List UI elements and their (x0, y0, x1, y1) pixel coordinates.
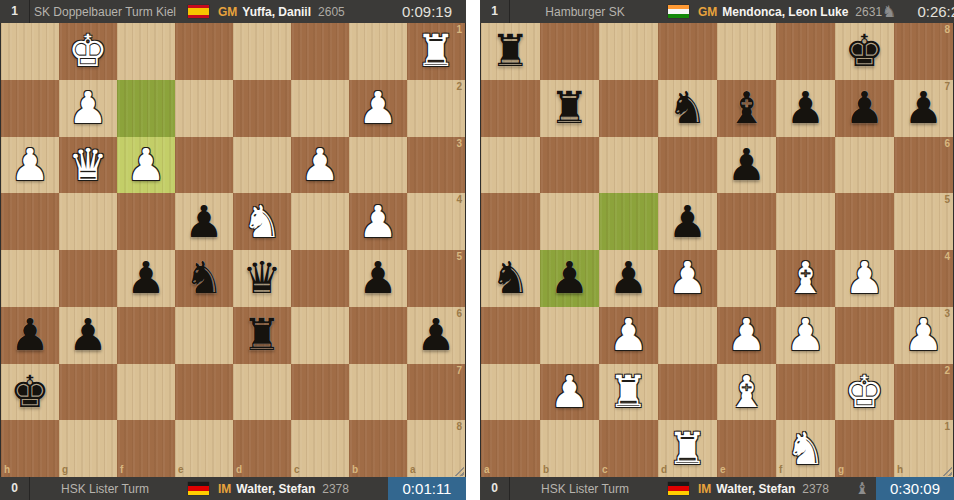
square-b6[interactable] (540, 137, 599, 194)
square-a4[interactable]: ♞ (481, 250, 540, 307)
square-d6[interactable] (658, 137, 717, 194)
square-f3[interactable]: ♟ (776, 307, 835, 364)
square-g6[interactable]: ♟ (59, 307, 117, 364)
square-g2[interactable]: ♚ (835, 364, 894, 421)
square-c8[interactable] (599, 23, 658, 80)
square-b2[interactable]: ♟ (540, 364, 599, 421)
square-b1[interactable]: b (540, 420, 599, 477)
square-a6[interactable] (481, 137, 540, 194)
square-a1[interactable]: a (481, 420, 540, 477)
white-pawn[interactable]: ♟ (358, 86, 397, 130)
player-name: Walter, Stefan (236, 482, 315, 496)
chess-board-right[interactable]: ♜♚8♜♞♝♟♟♟7♟6♟5♞♟♟♟♝♟4♟♟♟♟3♟♜♝♚2abc♜de♞fg… (480, 23, 954, 477)
board-panel-left: 1 SK Doppelbauer Turm Kiel GM Yuffa, Dan… (0, 0, 466, 500)
white-pawn[interactable]: ♟ (668, 256, 707, 300)
square-c4[interactable] (291, 193, 349, 250)
white-bishop[interactable]: ♝ (727, 370, 766, 414)
black-rook[interactable]: ♜ (550, 86, 589, 130)
white-pawn[interactable]: ♟ (358, 200, 397, 244)
square-b4[interactable]: ♟ (349, 193, 407, 250)
square-f2[interactable] (117, 80, 175, 137)
square-d4[interactable]: ♞ (233, 193, 291, 250)
spain-flag-icon (188, 5, 209, 18)
flag-stripe (188, 491, 209, 495)
rank-label: 2 (456, 82, 462, 92)
white-pawn[interactable]: ♟ (727, 313, 766, 357)
square-d8[interactable]: d (233, 420, 291, 477)
clock-top-right: 0:26:21 (903, 0, 954, 23)
square-c7[interactable] (599, 80, 658, 137)
file-label: h (897, 465, 903, 475)
white-bishop[interactable]: ♝ (786, 256, 825, 300)
square-h1[interactable] (1, 23, 59, 80)
knight-icon: ♞ (882, 4, 896, 20)
black-pawn[interactable]: ♟ (727, 143, 766, 187)
square-h7[interactable]: ♚ (1, 364, 59, 421)
file-label: a (484, 465, 490, 475)
square-g6[interactable] (835, 137, 894, 194)
square-a7[interactable] (481, 80, 540, 137)
square-h3[interactable]: ♟3 (894, 307, 953, 364)
square-e8[interactable]: e (175, 420, 233, 477)
file-label: g (62, 465, 68, 475)
white-king[interactable]: ♚ (68, 29, 107, 73)
square-e6[interactable] (175, 307, 233, 364)
white-pawn[interactable]: ♟ (10, 143, 49, 187)
square-g7[interactable]: ♟ (835, 80, 894, 137)
square-d3[interactable] (658, 307, 717, 364)
player-rating: 2605 (318, 5, 345, 19)
black-pawn[interactable]: ♟ (184, 200, 223, 244)
black-pawn[interactable]: ♟ (786, 86, 825, 130)
square-d2[interactable] (233, 80, 291, 137)
square-c5[interactable] (291, 250, 349, 307)
square-e1[interactable] (175, 23, 233, 80)
rank-label: 7 (456, 366, 462, 376)
square-e7[interactable]: ♝ (717, 80, 776, 137)
white-rook[interactable]: ♜ (416, 29, 455, 73)
square-d8[interactable] (658, 23, 717, 80)
file-label: a (410, 465, 416, 475)
square-h4[interactable]: 4 (894, 250, 953, 307)
square-f8[interactable] (776, 23, 835, 80)
square-g5[interactable] (835, 193, 894, 250)
black-pawn[interactable]: ♟ (904, 86, 943, 130)
square-a1[interactable]: ♜1 (407, 23, 465, 80)
square-g8[interactable]: g (59, 420, 117, 477)
square-g3[interactable] (835, 307, 894, 364)
file-label: b (543, 465, 549, 475)
file-label: f (779, 465, 782, 475)
square-f7[interactable]: ♟ (776, 80, 835, 137)
white-pawn[interactable]: ♟ (786, 313, 825, 357)
square-d5[interactable]: ♛ (233, 250, 291, 307)
black-king[interactable]: ♚ (10, 370, 49, 414)
rank-label: 6 (944, 139, 950, 149)
square-h8[interactable]: h (1, 420, 59, 477)
black-pawn[interactable]: ♟ (668, 200, 707, 244)
square-a6[interactable]: ♟6 (407, 307, 465, 364)
square-a2[interactable] (481, 364, 540, 421)
white-pawn[interactable]: ♟ (845, 256, 884, 300)
file-label: c (294, 465, 300, 475)
square-c2[interactable] (291, 80, 349, 137)
black-pawn[interactable]: ♟ (609, 256, 648, 300)
rank-label: 8 (456, 422, 462, 432)
square-f1[interactable]: ♞f (776, 420, 835, 477)
germany-flag-icon (188, 482, 209, 495)
square-e3[interactable] (175, 137, 233, 194)
germany-flag-icon (668, 482, 689, 495)
file-label: b (352, 465, 358, 475)
team-name: HSK Lister Turm (30, 482, 180, 496)
flag-stripe (188, 15, 209, 18)
square-d1[interactable]: ♜d (658, 420, 717, 477)
square-b5[interactable] (540, 193, 599, 250)
black-pawn[interactable]: ♟ (845, 86, 884, 130)
square-b8[interactable] (540, 23, 599, 80)
flag-stripe (668, 14, 689, 18)
square-b6[interactable] (349, 307, 407, 364)
square-b7[interactable] (349, 364, 407, 421)
clock-bottom-left: 0:01:11 (388, 477, 466, 500)
square-b4[interactable]: ♟ (540, 250, 599, 307)
square-g1[interactable]: ♚ (59, 23, 117, 80)
square-h7[interactable]: ♟7 (894, 80, 953, 137)
team-score: 0 (0, 477, 30, 500)
square-b1[interactable] (349, 23, 407, 80)
bottom-player-bar-right: 0 HSK Lister Turm IM Walter, Stefan 2378… (480, 477, 954, 500)
square-c5[interactable] (599, 193, 658, 250)
square-f5[interactable] (776, 193, 835, 250)
player-name: Mendonca, Leon Luke (722, 5, 848, 19)
white-pawn[interactable]: ♟ (904, 313, 943, 357)
square-e6[interactable]: ♟ (717, 137, 776, 194)
square-g4[interactable] (59, 193, 117, 250)
square-d2[interactable] (658, 364, 717, 421)
white-knight[interactable]: ♞ (242, 200, 281, 244)
rank-label: 4 (944, 252, 950, 262)
square-c7[interactable] (291, 364, 349, 421)
black-knight[interactable]: ♞ (184, 256, 223, 300)
square-d3[interactable] (233, 137, 291, 194)
player-rating: 2378 (322, 482, 349, 496)
square-h2[interactable]: 2 (894, 364, 953, 421)
square-h3[interactable]: ♟ (1, 137, 59, 194)
square-d7[interactable]: ♞ (658, 80, 717, 137)
square-c3[interactable]: ♟ (291, 137, 349, 194)
team-name: HSK Lister Turm (510, 482, 660, 496)
square-d6[interactable]: ♜ (233, 307, 291, 364)
square-a7[interactable]: 7 (407, 364, 465, 421)
square-f6[interactable] (117, 307, 175, 364)
square-e4[interactable] (717, 250, 776, 307)
square-f7[interactable] (117, 364, 175, 421)
square-e5[interactable]: ♞ (175, 250, 233, 307)
player-name: Yuffa, Daniil (242, 5, 311, 19)
file-label: h (4, 465, 10, 475)
square-g8[interactable]: ♚ (835, 23, 894, 80)
square-h8[interactable]: 8 (894, 23, 953, 80)
clock-top-left: 0:09:19 (388, 0, 466, 23)
black-pawn[interactable]: ♟ (126, 256, 165, 300)
rank-label: 1 (456, 25, 462, 35)
square-a8[interactable]: 8a (407, 420, 465, 477)
square-b7[interactable]: ♜ (540, 80, 599, 137)
square-f4[interactable]: ♝ (776, 250, 835, 307)
square-d7[interactable] (233, 364, 291, 421)
square-a2[interactable]: 2 (407, 80, 465, 137)
square-b3[interactable] (540, 307, 599, 364)
square-e1[interactable]: e (717, 420, 776, 477)
white-rook[interactable]: ♜ (609, 370, 648, 414)
square-g3[interactable]: ♛ (59, 137, 117, 194)
square-h2[interactable] (1, 80, 59, 137)
team-score: 1 (0, 0, 30, 23)
square-g5[interactable] (59, 250, 117, 307)
square-f6[interactable] (776, 137, 835, 194)
rank-label: 8 (944, 25, 950, 35)
square-b2[interactable]: ♟ (349, 80, 407, 137)
top-player-bar-right: 1 Hamburger SK GM Mendonca, Leon Luke 26… (480, 0, 954, 23)
square-e2[interactable] (175, 80, 233, 137)
square-g2[interactable]: ♟ (59, 80, 117, 137)
square-g4[interactable]: ♟ (835, 250, 894, 307)
square-e2[interactable]: ♝ (717, 364, 776, 421)
flag-stripe (668, 491, 689, 495)
square-h5[interactable]: 5 (894, 193, 953, 250)
square-e3[interactable]: ♟ (717, 307, 776, 364)
square-a3[interactable]: 3 (407, 137, 465, 194)
player-title: GM (218, 5, 237, 19)
square-f4[interactable] (117, 193, 175, 250)
square-a3[interactable] (481, 307, 540, 364)
rank-label: 6 (456, 309, 462, 319)
square-f5[interactable]: ♟ (117, 250, 175, 307)
black-pawn[interactable]: ♟ (550, 256, 589, 300)
player-title: GM (698, 5, 717, 19)
rank-label: 5 (456, 252, 462, 262)
square-d4[interactable]: ♟ (658, 250, 717, 307)
file-label: f (120, 465, 123, 475)
file-label: e (178, 465, 184, 475)
rank-label: 4 (456, 195, 462, 205)
square-b8[interactable]: b (349, 420, 407, 477)
square-h6[interactable]: 6 (894, 137, 953, 194)
black-knight[interactable]: ♞ (668, 86, 707, 130)
clock-bottom-right: 0:30:09 (876, 477, 954, 500)
square-a5[interactable]: 5 (407, 250, 465, 307)
live-boards-app: 1 SK Doppelbauer Turm Kiel GM Yuffa, Dan… (0, 0, 954, 500)
square-a8[interactable]: ♜ (481, 23, 540, 80)
rank-label: 3 (456, 139, 462, 149)
square-c8[interactable]: c (291, 420, 349, 477)
square-f8[interactable]: f (117, 420, 175, 477)
file-label: d (236, 465, 242, 475)
square-c6[interactable] (291, 307, 349, 364)
file-label: e (720, 465, 726, 475)
square-g1[interactable]: g (835, 420, 894, 477)
white-king[interactable]: ♚ (845, 370, 884, 414)
team-score: 1 (480, 0, 510, 23)
india-flag-icon (668, 5, 689, 18)
file-label: c (602, 465, 608, 475)
square-b3[interactable] (349, 137, 407, 194)
square-f2[interactable] (776, 364, 835, 421)
square-a5[interactable] (481, 193, 540, 250)
black-king[interactable]: ♚ (845, 29, 884, 73)
file-label: d (661, 465, 667, 475)
rank-label: 1 (944, 422, 950, 432)
square-d1[interactable] (233, 23, 291, 80)
player-name: Walter, Stefan (716, 482, 795, 496)
square-f3[interactable]: ♟ (117, 137, 175, 194)
black-knight[interactable]: ♞ (491, 256, 530, 300)
square-f1[interactable] (117, 23, 175, 80)
square-a4[interactable]: 4 (407, 193, 465, 250)
white-pawn[interactable]: ♟ (68, 86, 107, 130)
black-rook[interactable]: ♜ (242, 313, 281, 357)
black-pawn[interactable]: ♟ (10, 313, 49, 357)
panel-gap (466, 0, 480, 500)
white-pawn[interactable]: ♟ (126, 143, 165, 187)
player-rating: 2631 (855, 5, 882, 19)
team-score: 0 (480, 477, 510, 500)
square-d5[interactable]: ♟ (658, 193, 717, 250)
white-pawn[interactable]: ♟ (550, 370, 589, 414)
white-queen[interactable]: ♛ (68, 143, 107, 187)
player-rating: 2378 (802, 482, 829, 496)
board-panel-right: 1 Hamburger SK GM Mendonca, Leon Luke 26… (480, 0, 954, 500)
bishop-icon: ♝ (855, 481, 869, 497)
bottom-player-bar-left: 0 HSK Lister Turm IM Walter, Stefan 2378… (0, 477, 466, 500)
square-h6[interactable]: ♟ (1, 307, 59, 364)
player-title: IM (698, 482, 711, 496)
white-rook[interactable]: ♜ (668, 427, 707, 471)
rank-label: 7 (944, 82, 950, 92)
white-pawn[interactable]: ♟ (300, 143, 339, 187)
black-queen[interactable]: ♛ (242, 256, 281, 300)
square-h4[interactable] (1, 193, 59, 250)
chess-board-left[interactable]: ♚♜1♟♟2♟♛♟♟3♟♞♟4♟♞♛♟5♟♟♜♟6♚7hgfedcb8a (0, 23, 466, 477)
square-e7[interactable] (175, 364, 233, 421)
top-player-bar-left: 1 SK Doppelbauer Turm Kiel GM Yuffa, Dan… (0, 0, 466, 23)
rank-label: 3 (944, 309, 950, 319)
white-pawn[interactable]: ♟ (609, 313, 648, 357)
square-h5[interactable] (1, 250, 59, 307)
rank-label: 2 (944, 366, 950, 376)
black-pawn[interactable]: ♟ (358, 256, 397, 300)
square-e4[interactable]: ♟ (175, 193, 233, 250)
square-b5[interactable]: ♟ (349, 250, 407, 307)
square-c2[interactable]: ♜ (599, 364, 658, 421)
team-name: Hamburger SK (510, 5, 660, 19)
square-c6[interactable] (599, 137, 658, 194)
black-pawn[interactable]: ♟ (416, 313, 455, 357)
square-c1[interactable]: c (599, 420, 658, 477)
square-e5[interactable] (717, 193, 776, 250)
file-label: g (838, 465, 844, 475)
square-e8[interactable] (717, 23, 776, 80)
square-h1[interactable]: 1h (894, 420, 953, 477)
black-pawn[interactable]: ♟ (68, 313, 107, 357)
team-name: SK Doppelbauer Turm Kiel (30, 5, 180, 19)
square-c3[interactable]: ♟ (599, 307, 658, 364)
rank-label: 5 (944, 195, 950, 205)
square-c1[interactable] (291, 23, 349, 80)
black-rook[interactable]: ♜ (491, 29, 530, 73)
square-g7[interactable] (59, 364, 117, 421)
black-bishop[interactable]: ♝ (727, 86, 766, 130)
white-knight[interactable]: ♞ (786, 427, 825, 471)
player-title: IM (218, 482, 231, 496)
square-c4[interactable]: ♟ (599, 250, 658, 307)
